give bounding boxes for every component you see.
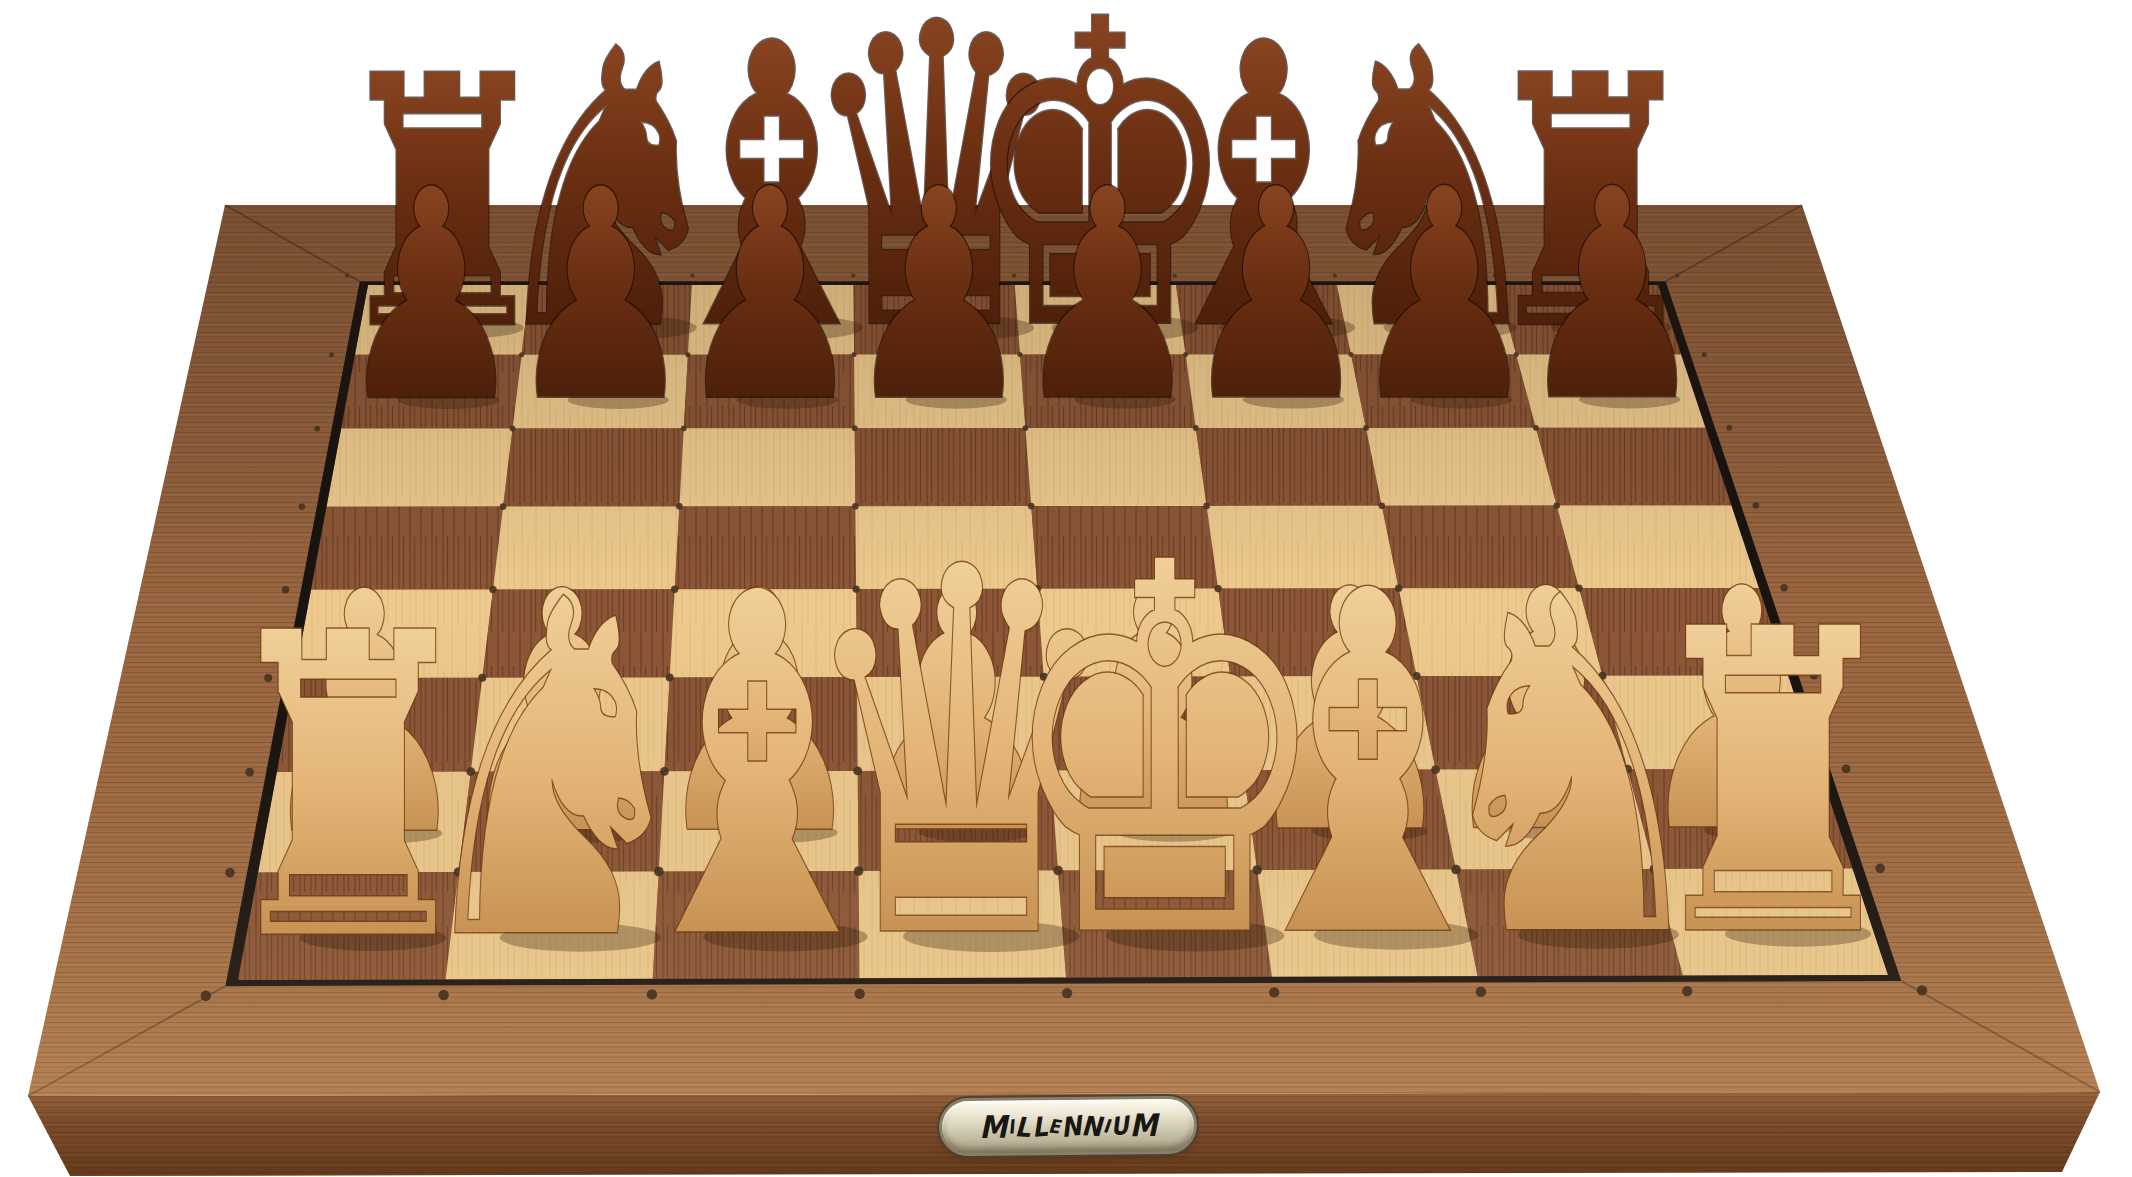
board-scene: ♜♞♝♛♚♝♞♜♟♟♟♟♟♟♟♟♟♟♟♟♟♟♟♟♜♞♝♛♚♝♞♜ xyxy=(0,0,2132,1177)
chessboard-photo: ♜♞♝♛♚♝♞♜♟♟♟♟♟♟♟♟♟♟♟♟♟♟♟♟♜♞♝♛♚♝♞♜ MILLENN… xyxy=(0,0,2132,1177)
brand-letter: U xyxy=(1109,1112,1129,1139)
brand-plate: MILLENNIUM xyxy=(942,1099,1195,1154)
piece-black-pawn-h7[interactable]: ♟ xyxy=(1516,128,1708,464)
piece-black-pawn-d7[interactable]: ♟ xyxy=(843,128,1035,464)
brand-letter: L xyxy=(1014,1112,1031,1140)
piece-white-rook-h1[interactable]: ♜ xyxy=(1635,542,1912,1027)
brand-letter: E xyxy=(1047,1116,1061,1136)
brand-letter: L xyxy=(1030,1112,1047,1140)
sensor-dot xyxy=(1753,502,1760,509)
piece-black-pawn-f7[interactable]: ♟ xyxy=(1180,128,1372,464)
brand-letter: N xyxy=(1081,1112,1103,1140)
sensor-dot xyxy=(1917,985,1927,995)
brand-letter: N xyxy=(1059,1111,1082,1140)
sensor-dot xyxy=(314,426,320,432)
brand-label: MILLENNIUM xyxy=(978,1110,1157,1143)
brand-letter: M xyxy=(1129,1110,1157,1141)
piece-black-pawn-e7[interactable]: ♟ xyxy=(1012,128,1204,464)
piece-black-pawn-b7[interactable]: ♟ xyxy=(505,128,697,464)
sensor-dot xyxy=(299,504,306,511)
piece-black-pawn-g7[interactable]: ♟ xyxy=(1348,128,1540,464)
sensor-dot xyxy=(1726,425,1732,431)
piece-black-pawn-a7[interactable]: ♟ xyxy=(335,128,527,464)
piece-black-pawn-c7[interactable]: ♟ xyxy=(674,128,866,464)
brand-letter: M xyxy=(979,1111,1007,1142)
